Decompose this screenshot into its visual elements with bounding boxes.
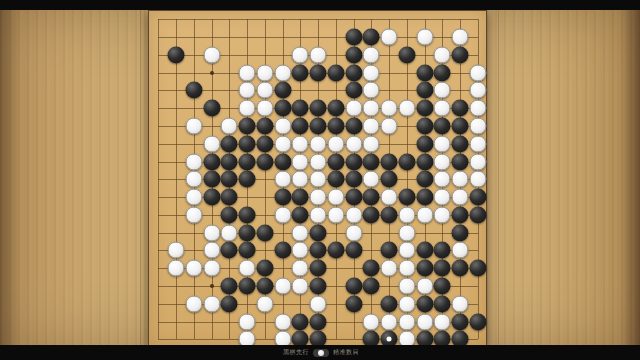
black-stone[interactable] (310, 242, 327, 259)
black-stone[interactable] (416, 100, 433, 117)
white-stone[interactable] (398, 224, 415, 241)
white-stone[interactable] (310, 153, 327, 170)
white-stone[interactable] (363, 117, 380, 134)
white-stone[interactable] (310, 189, 327, 206)
white-stone[interactable] (256, 64, 273, 81)
go-board[interactable] (148, 10, 487, 346)
black-stone[interactable] (345, 278, 362, 295)
black-stone[interactable] (469, 260, 486, 277)
white-stone[interactable] (398, 295, 415, 312)
black-stone[interactable] (256, 224, 273, 241)
white-stone[interactable] (239, 100, 256, 117)
black-stone[interactable] (221, 278, 238, 295)
black-stone[interactable] (452, 100, 469, 117)
black-stone[interactable] (416, 189, 433, 206)
white-stone[interactable] (381, 29, 398, 46)
white-stone[interactable] (256, 82, 273, 99)
star-point (210, 284, 214, 288)
black-stone[interactable] (345, 242, 362, 259)
white-stone[interactable] (363, 64, 380, 81)
black-stone[interactable] (239, 153, 256, 170)
black-stone[interactable] (203, 153, 220, 170)
white-stone[interactable] (398, 242, 415, 259)
black-stone[interactable] (185, 82, 202, 99)
white-stone[interactable] (292, 46, 309, 63)
black-stone[interactable] (434, 295, 451, 312)
white-stone[interactable] (274, 135, 291, 152)
white-stone[interactable] (416, 29, 433, 46)
black-stone[interactable] (327, 100, 344, 117)
black-stone[interactable] (310, 278, 327, 295)
black-stone[interactable] (256, 260, 273, 277)
black-stone[interactable] (292, 313, 309, 330)
black-stone[interactable] (416, 171, 433, 188)
letterbox-top (0, 0, 640, 10)
black-stone[interactable] (274, 153, 291, 170)
white-stone[interactable] (203, 224, 220, 241)
black-stone[interactable] (310, 64, 327, 81)
black-stone[interactable] (274, 189, 291, 206)
black-stone[interactable] (434, 117, 451, 134)
black-stone[interactable] (239, 242, 256, 259)
white-stone[interactable] (239, 313, 256, 330)
black-stone[interactable] (452, 260, 469, 277)
black-stone[interactable] (452, 117, 469, 134)
white-stone[interactable] (203, 242, 220, 259)
white-stone[interactable] (434, 206, 451, 223)
black-stone[interactable] (416, 135, 433, 152)
white-stone[interactable] (363, 135, 380, 152)
black-stone[interactable] (239, 206, 256, 223)
white-stone[interactable] (239, 260, 256, 277)
white-stone[interactable] (398, 100, 415, 117)
white-stone[interactable] (310, 206, 327, 223)
white-stone[interactable] (398, 313, 415, 330)
white-stone[interactable] (469, 82, 486, 99)
black-stone[interactable] (452, 313, 469, 330)
white-stone[interactable] (185, 260, 202, 277)
white-stone[interactable] (185, 153, 202, 170)
black-stone[interactable] (381, 153, 398, 170)
white-stone[interactable] (221, 117, 238, 134)
black-stone[interactable] (381, 242, 398, 259)
black-stone[interactable] (416, 82, 433, 99)
black-stone[interactable] (327, 242, 344, 259)
black-stone[interactable] (274, 100, 291, 117)
black-stone[interactable] (203, 189, 220, 206)
white-stone[interactable] (469, 153, 486, 170)
black-stone[interactable] (363, 206, 380, 223)
black-stone[interactable] (345, 295, 362, 312)
star-point (210, 71, 214, 75)
status-left-label: 黑棋先行 (283, 348, 309, 357)
white-stone[interactable] (239, 64, 256, 81)
white-stone[interactable] (292, 242, 309, 259)
white-stone[interactable] (274, 64, 291, 81)
white-stone[interactable] (310, 295, 327, 312)
white-stone[interactable] (327, 206, 344, 223)
black-stone[interactable] (221, 153, 238, 170)
white-stone[interactable] (363, 82, 380, 99)
white-stone[interactable] (345, 224, 362, 241)
white-stone[interactable] (434, 135, 451, 152)
black-stone[interactable] (434, 260, 451, 277)
black-stone[interactable] (416, 260, 433, 277)
white-stone[interactable] (203, 46, 220, 63)
black-stone[interactable] (345, 153, 362, 170)
white-stone[interactable] (292, 153, 309, 170)
black-stone[interactable] (452, 153, 469, 170)
white-stone[interactable] (398, 260, 415, 277)
black-stone[interactable] (469, 189, 486, 206)
black-stone[interactable] (221, 295, 238, 312)
status-right-label: 精准数目 (333, 348, 359, 357)
white-stone[interactable] (274, 171, 291, 188)
black-stone[interactable] (239, 171, 256, 188)
white-stone[interactable] (363, 313, 380, 330)
white-stone[interactable] (381, 189, 398, 206)
black-stone[interactable] (363, 29, 380, 46)
black-stone[interactable] (256, 153, 273, 170)
white-stone[interactable] (185, 117, 202, 134)
black-stone[interactable] (345, 46, 362, 63)
black-stone[interactable] (292, 117, 309, 134)
white-stone[interactable] (363, 100, 380, 117)
black-stone[interactable] (292, 100, 309, 117)
black-stone[interactable] (310, 117, 327, 134)
black-stone[interactable] (345, 64, 362, 81)
black-stone[interactable] (239, 135, 256, 152)
black-stone[interactable] (416, 242, 433, 259)
white-stone[interactable] (310, 171, 327, 188)
white-stone[interactable] (168, 260, 185, 277)
white-stone[interactable] (310, 46, 327, 63)
white-stone[interactable] (292, 224, 309, 241)
white-stone[interactable] (381, 260, 398, 277)
white-stone[interactable] (469, 171, 486, 188)
black-stone[interactable] (363, 278, 380, 295)
black-stone[interactable] (345, 82, 362, 99)
black-stone[interactable] (345, 171, 362, 188)
white-stone[interactable] (363, 46, 380, 63)
black-stone[interactable] (416, 64, 433, 81)
status-bar: 黑棋先行 精准数目 (283, 348, 359, 357)
white-stone[interactable] (221, 224, 238, 241)
wood-seam (140, 0, 141, 360)
black-stone[interactable] (256, 117, 273, 134)
black-stone[interactable] (416, 295, 433, 312)
white-stone[interactable] (239, 82, 256, 99)
black-stone[interactable] (327, 153, 344, 170)
black-stone[interactable] (327, 64, 344, 81)
white-stone[interactable] (452, 295, 469, 312)
turn-toggle[interactable] (313, 349, 329, 357)
white-stone[interactable] (168, 242, 185, 259)
black-stone[interactable] (469, 313, 486, 330)
white-stone[interactable] (345, 135, 362, 152)
black-stone[interactable] (310, 313, 327, 330)
white-stone[interactable] (381, 117, 398, 134)
black-stone[interactable] (327, 117, 344, 134)
white-stone-icon (318, 350, 324, 356)
black-stone[interactable] (310, 100, 327, 117)
black-stone[interactable] (221, 206, 238, 223)
black-stone[interactable] (416, 117, 433, 134)
black-stone[interactable] (239, 117, 256, 134)
black-stone[interactable] (239, 278, 256, 295)
white-stone[interactable] (274, 117, 291, 134)
black-stone[interactable] (221, 171, 238, 188)
white-stone[interactable] (256, 295, 273, 312)
black-stone[interactable] (327, 171, 344, 188)
white-stone[interactable] (381, 313, 398, 330)
wood-seam (498, 0, 499, 360)
black-stone[interactable] (398, 153, 415, 170)
white-stone[interactable] (416, 206, 433, 223)
black-stone[interactable] (434, 64, 451, 81)
black-stone[interactable] (292, 64, 309, 81)
black-stone[interactable] (363, 153, 380, 170)
white-stone[interactable] (398, 278, 415, 295)
black-stone[interactable] (398, 46, 415, 63)
white-stone[interactable] (434, 82, 451, 99)
white-stone[interactable] (398, 206, 415, 223)
black-stone[interactable] (452, 135, 469, 152)
black-stone[interactable] (310, 260, 327, 277)
black-stone[interactable] (203, 171, 220, 188)
white-stone[interactable] (292, 171, 309, 188)
black-stone[interactable] (345, 117, 362, 134)
black-stone[interactable] (221, 189, 238, 206)
black-stone[interactable] (363, 189, 380, 206)
last-move-marker (387, 337, 392, 342)
black-stone[interactable] (274, 82, 291, 99)
black-stone[interactable] (274, 242, 291, 259)
black-stone[interactable] (381, 171, 398, 188)
white-stone[interactable] (469, 100, 486, 117)
black-stone[interactable] (434, 278, 451, 295)
black-stone[interactable] (239, 224, 256, 241)
app-window: 黑棋先行 精准数目 (0, 0, 640, 360)
black-stone[interactable] (434, 242, 451, 259)
white-stone[interactable] (345, 206, 362, 223)
black-stone[interactable] (221, 242, 238, 259)
white-stone[interactable] (363, 171, 380, 188)
black-stone[interactable] (203, 100, 220, 117)
black-stone[interactable] (452, 224, 469, 241)
white-stone[interactable] (203, 135, 220, 152)
white-stone[interactable] (185, 295, 202, 312)
white-stone[interactable] (292, 260, 309, 277)
white-stone[interactable] (381, 100, 398, 117)
white-stone[interactable] (274, 278, 291, 295)
black-stone[interactable] (381, 206, 398, 223)
white-stone[interactable] (274, 206, 291, 223)
white-stone[interactable] (345, 100, 362, 117)
black-stone[interactable] (256, 278, 273, 295)
black-stone[interactable] (345, 29, 362, 46)
white-stone[interactable] (203, 295, 220, 312)
white-stone[interactable] (185, 171, 202, 188)
white-stone[interactable] (434, 171, 451, 188)
white-stone[interactable] (469, 117, 486, 134)
black-stone[interactable] (310, 224, 327, 241)
white-stone[interactable] (469, 135, 486, 152)
white-stone[interactable] (185, 189, 202, 206)
white-stone[interactable] (434, 100, 451, 117)
black-stone[interactable] (452, 206, 469, 223)
white-stone[interactable] (292, 278, 309, 295)
white-stone[interactable] (434, 46, 451, 63)
white-stone[interactable] (416, 278, 433, 295)
white-stone[interactable] (469, 64, 486, 81)
white-stone[interactable] (327, 135, 344, 152)
white-stone[interactable] (452, 242, 469, 259)
black-stone[interactable] (292, 189, 309, 206)
white-stone[interactable] (416, 313, 433, 330)
white-stone[interactable] (256, 100, 273, 117)
black-stone[interactable] (398, 189, 415, 206)
black-stone[interactable] (416, 153, 433, 170)
white-stone[interactable] (452, 171, 469, 188)
white-stone[interactable] (310, 135, 327, 152)
black-stone[interactable] (452, 46, 469, 63)
black-stone[interactable] (381, 295, 398, 312)
white-stone[interactable] (434, 313, 451, 330)
white-stone[interactable] (327, 189, 344, 206)
black-stone[interactable] (168, 46, 185, 63)
white-stone[interactable] (292, 135, 309, 152)
white-stone[interactable] (434, 153, 451, 170)
white-stone[interactable] (434, 189, 451, 206)
black-stone[interactable] (292, 206, 309, 223)
white-stone[interactable] (185, 206, 202, 223)
black-stone[interactable] (221, 135, 238, 152)
white-stone[interactable] (203, 260, 220, 277)
black-stone[interactable] (363, 260, 380, 277)
black-stone[interactable] (256, 135, 273, 152)
black-stone[interactable] (345, 189, 362, 206)
white-stone[interactable] (274, 313, 291, 330)
black-stone[interactable] (469, 206, 486, 223)
white-stone[interactable] (452, 29, 469, 46)
white-stone[interactable] (452, 189, 469, 206)
